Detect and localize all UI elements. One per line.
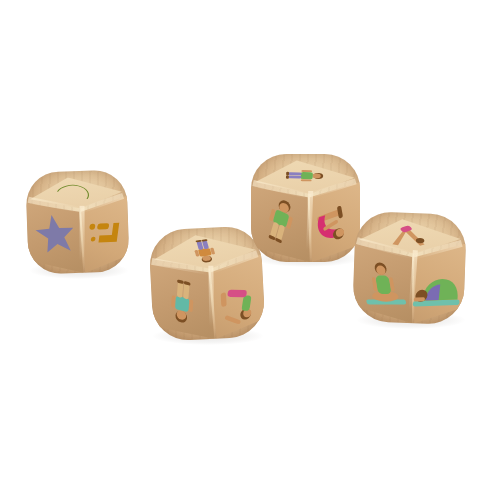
die-3 [251, 154, 360, 262]
die-2 [148, 225, 266, 342]
pose-figure-teal-top-icon [155, 266, 209, 334]
die-1 [25, 169, 129, 274]
seated-pose-icon [354, 253, 414, 311]
die-4 [352, 211, 467, 325]
childs-pose-icon [408, 255, 467, 314]
mountain-pose-icon [281, 158, 326, 193]
exclamation-symbol-icon [73, 212, 129, 255]
product-photo-scene [0, 0, 500, 500]
downward-dog-pose-icon [376, 221, 440, 249]
legs-raised-pose-icon [202, 271, 265, 325]
